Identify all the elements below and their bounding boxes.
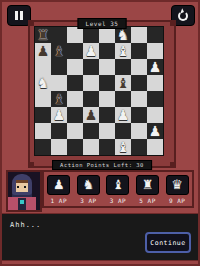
- white-bishop[interactable]: ♝: [117, 43, 130, 59]
- square-g8[interactable]: [131, 27, 147, 43]
- knight-cost-label: 3 AP: [80, 197, 96, 204]
- character-eye: [17, 186, 19, 188]
- buy-knight-button[interactable]: ♞: [77, 175, 100, 195]
- bishop-icon: ♝: [112, 176, 124, 194]
- buy-bishop-button[interactable]: ♝: [106, 175, 129, 195]
- square-b3[interactable]: ♟: [51, 107, 67, 123]
- square-d5[interactable]: [83, 75, 99, 91]
- bishop-cost-label: 3 AP: [110, 197, 126, 204]
- black-bishop[interactable]: ♝: [53, 91, 66, 107]
- square-a4[interactable]: [35, 91, 51, 107]
- square-b2[interactable]: [51, 123, 67, 139]
- square-h7[interactable]: [147, 43, 163, 59]
- shop-item-knight: ♞3 AP: [76, 175, 100, 204]
- square-d2[interactable]: [83, 123, 99, 139]
- square-h8[interactable]: [147, 27, 163, 43]
- level-label: Level 35: [86, 20, 119, 27]
- square-d8[interactable]: [83, 27, 99, 43]
- square-d6[interactable]: [83, 59, 99, 75]
- continue-button[interactable]: Continue: [145, 232, 191, 253]
- shop-item-queen: ♛9 AP: [165, 175, 189, 204]
- square-a6[interactable]: [35, 59, 51, 75]
- square-h3[interactable]: [147, 107, 163, 123]
- queen-cost-label: 9 AP: [169, 197, 185, 204]
- square-a3[interactable]: [35, 107, 51, 123]
- black-pawn[interactable]: ♟: [37, 43, 50, 59]
- square-e8[interactable]: [99, 27, 115, 43]
- square-g7[interactable]: [131, 43, 147, 59]
- shop-item-pawn: ♟1 AP: [47, 175, 71, 204]
- level-badge: Level 35: [78, 18, 127, 29]
- black-bishop[interactable]: ♝: [53, 43, 66, 59]
- square-b8[interactable]: [51, 27, 67, 43]
- action-points-label: Action Points Left: 30: [60, 162, 144, 168]
- square-h6[interactable]: ♟: [147, 59, 163, 75]
- dialog-panel: Ahh... Continue: [1, 213, 199, 261]
- buy-pawn-button[interactable]: ♟: [47, 175, 70, 195]
- character-eye: [24, 186, 26, 188]
- square-c4[interactable]: [67, 91, 83, 107]
- square-h2[interactable]: ♟: [147, 123, 163, 139]
- knight-icon: ♞: [83, 176, 95, 194]
- white-knight[interactable]: ♞: [117, 27, 130, 43]
- white-pawn[interactable]: ♟: [53, 107, 66, 123]
- white-pawn[interactable]: ♟: [85, 43, 98, 59]
- frame-corner-decoration: [30, 162, 34, 166]
- square-c2[interactable]: [67, 123, 83, 139]
- action-points-badge: Action Points Left: 30: [52, 160, 152, 170]
- dialog-text: Ahh...: [10, 221, 41, 229]
- pause-icon: [20, 11, 23, 20]
- square-e3[interactable]: [99, 107, 115, 123]
- square-f6[interactable]: [115, 59, 131, 75]
- frame-corner-decoration: [30, 22, 34, 26]
- square-b1[interactable]: [51, 139, 67, 155]
- black-rook[interactable]: ♜: [37, 27, 50, 43]
- square-d3[interactable]: ♟: [83, 107, 99, 123]
- square-c7[interactable]: [67, 43, 83, 59]
- piece-shop-panel: ♟1 AP♞3 AP♝3 AP♜5 AP♛9 AP: [42, 170, 194, 208]
- square-e6[interactable]: [99, 59, 115, 75]
- square-f8[interactable]: ♞: [115, 27, 131, 43]
- restart-icon: [178, 11, 188, 21]
- white-pawn[interactable]: ♟: [117, 107, 130, 123]
- square-e5[interactable]: [99, 75, 115, 91]
- square-c5[interactable]: [67, 75, 83, 91]
- pawn-icon: ♟: [53, 176, 65, 194]
- square-g1[interactable]: [131, 139, 147, 155]
- square-c3[interactable]: [67, 107, 83, 123]
- square-a1[interactable]: [35, 139, 51, 155]
- square-g6[interactable]: [131, 59, 147, 75]
- square-c1[interactable]: [67, 139, 83, 155]
- square-f5[interactable]: ♝: [115, 75, 131, 91]
- white-pawn[interactable]: ♟: [149, 123, 162, 139]
- board-frame: Level 35 ♜♞♟♝♟♝♟♞♝♝♟♟♟♟♝ Action Points L…: [28, 20, 176, 168]
- white-pawn[interactable]: ♟: [149, 59, 162, 75]
- rook-cost-label: 5 AP: [139, 197, 155, 204]
- shop-item-rook: ♜5 AP: [136, 175, 160, 204]
- square-a2[interactable]: [35, 123, 51, 139]
- pause-icon: [15, 11, 18, 20]
- square-b6[interactable]: [51, 59, 67, 75]
- square-h5[interactable]: [147, 75, 163, 91]
- square-h1[interactable]: [147, 139, 163, 155]
- square-f1[interactable]: ♝: [115, 139, 131, 155]
- chess-board: ♜♞♟♝♟♝♟♞♝♝♟♟♟♟♝: [34, 26, 164, 156]
- pawn-cost-label: 1 AP: [51, 197, 67, 204]
- buy-rook-button[interactable]: ♜: [136, 175, 159, 195]
- square-f3[interactable]: ♟: [115, 107, 131, 123]
- white-bishop[interactable]: ♝: [117, 139, 130, 155]
- square-b5[interactable]: [51, 75, 67, 91]
- shop-item-bishop: ♝3 AP: [106, 175, 130, 204]
- square-f4[interactable]: [115, 91, 131, 107]
- character-amulet: [20, 200, 24, 204]
- continue-label: Continue: [150, 239, 185, 247]
- square-b4[interactable]: ♝: [51, 91, 67, 107]
- game-screen: Level 35 ♜♞♟♝♟♝♟♞♝♝♟♟♟♟♝ Action Points L…: [0, 0, 200, 266]
- square-c8[interactable]: [67, 27, 83, 43]
- square-g3[interactable]: [131, 107, 147, 123]
- black-pawn[interactable]: ♟: [85, 107, 98, 123]
- square-g2[interactable]: [131, 123, 147, 139]
- square-a7[interactable]: ♟: [35, 43, 51, 59]
- square-e1[interactable]: [99, 139, 115, 155]
- rook-icon: ♜: [142, 176, 154, 194]
- square-e7[interactable]: [99, 43, 115, 59]
- square-g5[interactable]: [131, 75, 147, 91]
- black-bishop[interactable]: ♝: [117, 75, 130, 91]
- square-d1[interactable]: [83, 139, 99, 155]
- square-a5[interactable]: ♞: [35, 75, 51, 91]
- buy-queen-button[interactable]: ♛: [166, 175, 189, 195]
- square-e2[interactable]: [99, 123, 115, 139]
- square-g4[interactable]: [131, 91, 147, 107]
- square-c6[interactable]: [67, 59, 83, 75]
- white-knight[interactable]: ♞: [37, 75, 50, 91]
- square-d4[interactable]: [83, 91, 99, 107]
- frame-corner-decoration: [170, 162, 174, 166]
- square-f7[interactable]: ♝: [115, 43, 131, 59]
- square-e4[interactable]: [99, 91, 115, 107]
- square-h4[interactable]: [147, 91, 163, 107]
- queen-icon: ♛: [171, 176, 183, 194]
- square-b7[interactable]: ♝: [51, 43, 67, 59]
- square-a8[interactable]: ♜: [35, 27, 51, 43]
- square-f2[interactable]: [115, 123, 131, 139]
- character-portrait: [6, 170, 42, 212]
- square-d7[interactable]: ♟: [83, 43, 99, 59]
- frame-corner-decoration: [170, 22, 174, 26]
